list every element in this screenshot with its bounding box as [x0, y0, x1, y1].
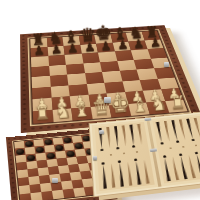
- backgammon-point-row: [99, 157, 152, 190]
- hinge-icon: [149, 148, 156, 152]
- checker-black-man: [66, 151, 75, 157]
- piece-black-pawn: ♟: [143, 36, 168, 50]
- peg-hole: [110, 154, 112, 156]
- square: [119, 70, 139, 82]
- point-triangle: [102, 164, 107, 189]
- clasp-icon: [52, 178, 58, 183]
- peg-hole: [136, 151, 138, 153]
- clasp-icon: [164, 62, 169, 67]
- hinge-icon: [144, 118, 151, 121]
- backgammon-point-row: [154, 117, 200, 145]
- checker-black-man: [27, 155, 35, 161]
- square: [154, 67, 175, 79]
- point-triangle: [110, 163, 116, 188]
- checker-black-man: [74, 143, 83, 149]
- square: [137, 68, 158, 80]
- peg-hole: [123, 153, 125, 155]
- point-knob: [100, 149, 103, 152]
- square: [83, 62, 102, 73]
- backgammon-point-row: [96, 123, 146, 152]
- point-knob: [134, 158, 137, 161]
- point-knob: [116, 147, 119, 150]
- square: [31, 66, 49, 77]
- backgammon-panel-right: [152, 116, 200, 184]
- peg-hole: [170, 148, 172, 150]
- point-knob: [160, 142, 163, 145]
- square: [67, 73, 86, 85]
- point-knob: [162, 155, 165, 158]
- backgammon-box: [90, 112, 200, 196]
- checker-black-man: [47, 153, 56, 159]
- checker-black-man: [55, 145, 63, 151]
- point-knob: [194, 151, 198, 154]
- point-triangle: [118, 162, 124, 187]
- checker-black-man: [16, 149, 24, 155]
- point-knob: [101, 162, 104, 165]
- square: [49, 64, 67, 75]
- peg-hole: [182, 146, 184, 148]
- point-triangle: [114, 126, 120, 148]
- point-knob: [118, 160, 121, 163]
- backgammon-view: [92, 104, 200, 196]
- point-knob: [191, 139, 194, 142]
- hinge-icon: [99, 130, 105, 135]
- point-knob: [179, 153, 183, 156]
- square: [49, 75, 68, 87]
- square: ♟: [144, 39, 163, 49]
- clasp-icon: [93, 156, 97, 160]
- backgammon-point-row: [160, 150, 200, 182]
- peg-hole: [195, 145, 197, 147]
- product-photo: ♜♞♝♛♚♝♞♜♟♟♟♟♟♟♟♟♟♟♟♟♟♟♟♟♜♞♝♛♚♝♞♜: [0, 0, 200, 200]
- point-knob: [176, 141, 179, 144]
- point-triangle: [137, 123, 143, 144]
- point-triangle: [143, 160, 150, 185]
- checker-black-man: [36, 147, 44, 153]
- point-knob: [132, 145, 135, 148]
- point-triangle: [106, 127, 111, 149]
- clasp-icon: [104, 97, 111, 103]
- square: [134, 58, 154, 69]
